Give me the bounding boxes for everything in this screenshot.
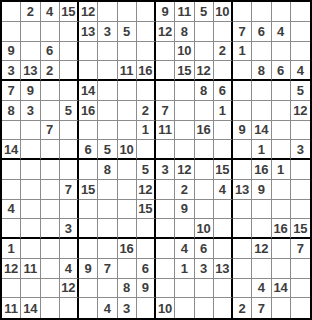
grid-cell-empty[interactable] bbox=[60, 239, 79, 259]
grid-cell-given[interactable]: 9 bbox=[137, 279, 156, 299]
grid-cell-given[interactable]: 6 bbox=[137, 259, 156, 279]
grid-cell-empty[interactable] bbox=[175, 121, 194, 141]
grid-cell-given[interactable]: 9 bbox=[233, 121, 252, 141]
grid-cell-empty[interactable] bbox=[291, 22, 310, 42]
grid-cell-empty[interactable] bbox=[118, 160, 137, 180]
grid-cell-empty[interactable] bbox=[79, 121, 98, 141]
grid-cell-empty[interactable] bbox=[214, 298, 233, 318]
grid-cell-empty[interactable] bbox=[118, 81, 137, 101]
grid-cell-given[interactable]: 4 bbox=[252, 279, 271, 299]
grid-cell-given[interactable]: 5 bbox=[195, 2, 214, 22]
grid-cell-empty[interactable] bbox=[272, 2, 291, 22]
grid-cell-given[interactable]: 15 bbox=[79, 180, 98, 200]
grid-cell-given[interactable]: 13 bbox=[21, 61, 40, 81]
grid-cell-given[interactable]: 16 bbox=[118, 239, 137, 259]
grid-cell-given[interactable]: 3 bbox=[21, 101, 40, 121]
grid-cell-empty[interactable] bbox=[41, 298, 60, 318]
grid-cell-empty[interactable] bbox=[41, 140, 60, 160]
grid-cell-given[interactable]: 9 bbox=[21, 81, 40, 101]
grid-cell-empty[interactable] bbox=[156, 219, 175, 239]
grid-cell-given[interactable]: 14 bbox=[21, 298, 40, 318]
grid-cell-given[interactable]: 15 bbox=[137, 200, 156, 220]
grid-cell-given[interactable]: 4 bbox=[2, 200, 21, 220]
grid-cell-given[interactable]: 3 bbox=[156, 160, 175, 180]
grid-cell-given[interactable]: 9 bbox=[156, 2, 175, 22]
grid-cell-empty[interactable] bbox=[79, 160, 98, 180]
grid-cell-given[interactable]: 7 bbox=[60, 180, 79, 200]
grid-cell-given[interactable]: 3 bbox=[60, 219, 79, 239]
grid-cell-given[interactable]: 1 bbox=[137, 121, 156, 141]
grid-cell-given[interactable]: 8 bbox=[98, 160, 117, 180]
grid-cell-given[interactable]: 6 bbox=[272, 61, 291, 81]
grid-cell-empty[interactable] bbox=[156, 239, 175, 259]
grid-cell-given[interactable]: 1 bbox=[214, 101, 233, 121]
grid-cell-empty[interactable] bbox=[175, 140, 194, 160]
grid-cell-empty[interactable] bbox=[79, 200, 98, 220]
grid-cell-empty[interactable] bbox=[272, 121, 291, 141]
grid-cell-given[interactable]: 16 bbox=[252, 160, 271, 180]
grid-cell-empty[interactable] bbox=[272, 42, 291, 62]
grid-cell-empty[interactable] bbox=[214, 200, 233, 220]
grid-cell-given[interactable]: 16 bbox=[137, 61, 156, 81]
grid-cell-empty[interactable] bbox=[272, 180, 291, 200]
grid-cell-empty[interactable] bbox=[175, 101, 194, 121]
grid-cell-empty[interactable] bbox=[233, 101, 252, 121]
grid-cell-empty[interactable] bbox=[233, 200, 252, 220]
grid-cell-empty[interactable] bbox=[2, 279, 21, 299]
grid-cell-given[interactable]: 5 bbox=[98, 140, 117, 160]
grid-cell-empty[interactable] bbox=[156, 279, 175, 299]
grid-cell-empty[interactable] bbox=[291, 42, 310, 62]
grid-cell-empty[interactable] bbox=[195, 180, 214, 200]
grid-cell-given[interactable]: 6 bbox=[195, 239, 214, 259]
grid-cell-given[interactable]: 10 bbox=[118, 140, 137, 160]
grid-cell-empty[interactable] bbox=[118, 259, 137, 279]
grid-cell-empty[interactable] bbox=[195, 160, 214, 180]
grid-cell-empty[interactable] bbox=[233, 81, 252, 101]
grid-cell-given[interactable]: 12 bbox=[252, 239, 271, 259]
grid-cell-given[interactable]: 1 bbox=[233, 42, 252, 62]
grid-cell-given[interactable]: 12 bbox=[156, 22, 175, 42]
grid-cell-empty[interactable] bbox=[233, 2, 252, 22]
grid-cell-given[interactable]: 1 bbox=[175, 259, 194, 279]
grid-cell-given[interactable]: 16 bbox=[195, 121, 214, 141]
grid-cell-given[interactable]: 2 bbox=[233, 298, 252, 318]
grid-cell-given[interactable]: 4 bbox=[291, 61, 310, 81]
grid-cell-empty[interactable] bbox=[60, 42, 79, 62]
grid-cell-empty[interactable] bbox=[175, 298, 194, 318]
grid-cell-empty[interactable] bbox=[156, 61, 175, 81]
grid-cell-given[interactable]: 11 bbox=[175, 2, 194, 22]
grid-cell-given[interactable]: 7 bbox=[156, 101, 175, 121]
grid-cell-given[interactable]: 5 bbox=[60, 101, 79, 121]
grid-cell-given[interactable]: 4 bbox=[175, 239, 194, 259]
grid-cell-empty[interactable] bbox=[175, 279, 194, 299]
grid-cell-given[interactable]: 2 bbox=[175, 180, 194, 200]
grid-cell-empty[interactable] bbox=[137, 42, 156, 62]
grid-cell-empty[interactable] bbox=[41, 259, 60, 279]
grid-cell-empty[interactable] bbox=[2, 2, 21, 22]
grid-cell-empty[interactable] bbox=[2, 121, 21, 141]
grid-cell-empty[interactable] bbox=[252, 81, 271, 101]
grid-cell-given[interactable]: 12 bbox=[195, 61, 214, 81]
grid-cell-empty[interactable] bbox=[79, 239, 98, 259]
grid-cell-given[interactable]: 1 bbox=[272, 160, 291, 180]
grid-cell-given[interactable]: 4 bbox=[60, 259, 79, 279]
grid-cell-empty[interactable] bbox=[137, 298, 156, 318]
grid-cell-empty[interactable] bbox=[195, 200, 214, 220]
grid-cell-empty[interactable] bbox=[156, 200, 175, 220]
grid-cell-empty[interactable] bbox=[98, 200, 117, 220]
grid-cell-empty[interactable] bbox=[41, 219, 60, 239]
grid-cell-empty[interactable] bbox=[21, 140, 40, 160]
grid-cell-given[interactable]: 10 bbox=[175, 42, 194, 62]
grid-cell-empty[interactable] bbox=[137, 2, 156, 22]
grid-cell-empty[interactable] bbox=[233, 239, 252, 259]
grid-cell-empty[interactable] bbox=[21, 42, 40, 62]
grid-cell-given[interactable]: 11 bbox=[118, 61, 137, 81]
grid-cell-given[interactable]: 3 bbox=[118, 298, 137, 318]
grid-cell-given[interactable]: 11 bbox=[21, 259, 40, 279]
grid-cell-empty[interactable] bbox=[252, 2, 271, 22]
grid-cell-empty[interactable] bbox=[195, 22, 214, 42]
grid-cell-empty[interactable] bbox=[233, 61, 252, 81]
grid-cell-empty[interactable] bbox=[98, 101, 117, 121]
grid-cell-empty[interactable] bbox=[79, 279, 98, 299]
grid-cell-given[interactable]: 4 bbox=[214, 180, 233, 200]
grid-cell-given[interactable]: 6 bbox=[252, 22, 271, 42]
grid-cell-given[interactable]: 15 bbox=[175, 61, 194, 81]
grid-cell-empty[interactable] bbox=[214, 219, 233, 239]
grid-cell-empty[interactable] bbox=[2, 180, 21, 200]
grid-cell-empty[interactable] bbox=[252, 101, 271, 121]
grid-cell-given[interactable]: 3 bbox=[291, 140, 310, 160]
grid-cell-given[interactable]: 11 bbox=[2, 298, 21, 318]
grid-cell-empty[interactable] bbox=[156, 81, 175, 101]
grid-cell-empty[interactable] bbox=[291, 160, 310, 180]
grid-cell-empty[interactable] bbox=[60, 121, 79, 141]
grid-cell-given[interactable]: 4 bbox=[41, 2, 60, 22]
grid-cell-empty[interactable] bbox=[60, 61, 79, 81]
sudoku-board: 2415129115101335128764961021313211161512… bbox=[0, 0, 312, 320]
grid-cell-given[interactable]: 5 bbox=[118, 22, 137, 42]
grid-cell-empty[interactable] bbox=[195, 101, 214, 121]
grid-cell-empty[interactable] bbox=[118, 2, 137, 22]
grid-cell-empty[interactable] bbox=[291, 180, 310, 200]
grid-cell-empty[interactable] bbox=[98, 42, 117, 62]
grid-cell-empty[interactable] bbox=[118, 219, 137, 239]
grid-cell-empty[interactable] bbox=[252, 219, 271, 239]
grid-cell-empty[interactable] bbox=[233, 259, 252, 279]
grid-cell-empty[interactable] bbox=[252, 200, 271, 220]
grid-cell-empty[interactable] bbox=[21, 219, 40, 239]
grid-cell-given[interactable]: 10 bbox=[214, 2, 233, 22]
grid-cell-empty[interactable] bbox=[252, 42, 271, 62]
grid-cell-empty[interactable] bbox=[79, 61, 98, 81]
grid-cell-empty[interactable] bbox=[233, 140, 252, 160]
grid-cell-empty[interactable] bbox=[214, 22, 233, 42]
grid-cell-empty[interactable] bbox=[214, 239, 233, 259]
grid-cell-empty[interactable] bbox=[291, 298, 310, 318]
grid-cell-empty[interactable] bbox=[156, 180, 175, 200]
grid-cell-empty[interactable] bbox=[41, 200, 60, 220]
grid-cell-given[interactable]: 14 bbox=[79, 81, 98, 101]
grid-cell-empty[interactable] bbox=[98, 279, 117, 299]
grid-cell-empty[interactable] bbox=[60, 298, 79, 318]
grid-cell-empty[interactable] bbox=[60, 22, 79, 42]
grid-cell-empty[interactable] bbox=[98, 2, 117, 22]
grid-cell-empty[interactable] bbox=[291, 259, 310, 279]
grid-cell-empty[interactable] bbox=[118, 42, 137, 62]
grid-cell-given[interactable]: 7 bbox=[233, 22, 252, 42]
grid-cell-given[interactable]: 4 bbox=[98, 298, 117, 318]
grid-cell-given[interactable]: 1 bbox=[252, 140, 271, 160]
grid-cell-given[interactable]: 15 bbox=[60, 2, 79, 22]
grid-cell-empty[interactable] bbox=[98, 81, 117, 101]
grid-cell-empty[interactable] bbox=[21, 200, 40, 220]
grid-cell-empty[interactable] bbox=[175, 81, 194, 101]
grid-cell-empty[interactable] bbox=[272, 81, 291, 101]
grid-cell-empty[interactable] bbox=[98, 180, 117, 200]
grid-cell-empty[interactable] bbox=[137, 22, 156, 42]
grid-cell-empty[interactable] bbox=[233, 160, 252, 180]
grid-cell-given[interactable]: 14 bbox=[252, 121, 271, 141]
grid-cell-empty[interactable] bbox=[41, 101, 60, 121]
grid-cell-empty[interactable] bbox=[137, 239, 156, 259]
grid-cell-given[interactable]: 7 bbox=[291, 239, 310, 259]
grid-cell-empty[interactable] bbox=[233, 279, 252, 299]
grid-cell-empty[interactable] bbox=[118, 121, 137, 141]
grid-cell-empty[interactable] bbox=[272, 101, 291, 121]
grid-cell-empty[interactable] bbox=[272, 200, 291, 220]
grid-cell-given[interactable]: 14 bbox=[272, 279, 291, 299]
grid-cell-empty[interactable] bbox=[79, 219, 98, 239]
grid-cell-given[interactable]: 6 bbox=[79, 140, 98, 160]
grid-cell-empty[interactable] bbox=[2, 219, 21, 239]
grid-cell-empty[interactable] bbox=[195, 42, 214, 62]
grid-cell-given[interactable]: 12 bbox=[2, 259, 21, 279]
grid-cell-given[interactable]: 6 bbox=[41, 42, 60, 62]
grid-cell-given[interactable]: 12 bbox=[60, 279, 79, 299]
grid-cell-empty[interactable] bbox=[2, 160, 21, 180]
grid-cell-empty[interactable] bbox=[195, 298, 214, 318]
grid-cell-empty[interactable] bbox=[156, 140, 175, 160]
grid-cell-given[interactable]: 15 bbox=[291, 219, 310, 239]
grid-cell-empty[interactable] bbox=[137, 219, 156, 239]
grid-cell-empty[interactable] bbox=[272, 298, 291, 318]
grid-cell-empty[interactable] bbox=[291, 200, 310, 220]
grid-cell-given[interactable]: 2 bbox=[21, 2, 40, 22]
grid-cell-empty[interactable] bbox=[233, 219, 252, 239]
grid-cell-empty[interactable] bbox=[41, 81, 60, 101]
grid-cell-empty[interactable] bbox=[21, 279, 40, 299]
grid-cell-empty[interactable] bbox=[156, 42, 175, 62]
grid-cell-empty[interactable] bbox=[60, 200, 79, 220]
grid-cell-given[interactable]: 2 bbox=[214, 42, 233, 62]
grid-cell-empty[interactable] bbox=[98, 239, 117, 259]
grid-cell-empty[interactable] bbox=[41, 22, 60, 42]
grid-cell-empty[interactable] bbox=[214, 61, 233, 81]
grid-cell-given[interactable]: 6 bbox=[214, 81, 233, 101]
grid-cell-given[interactable]: 3 bbox=[98, 22, 117, 42]
grid-cell-given[interactable]: 8 bbox=[2, 101, 21, 121]
grid-cell-empty[interactable] bbox=[272, 239, 291, 259]
grid-cell-empty[interactable] bbox=[214, 279, 233, 299]
grid-cell-empty[interactable] bbox=[291, 279, 310, 299]
grid-cell-given[interactable]: 3 bbox=[2, 61, 21, 81]
grid-cell-given[interactable]: 7 bbox=[98, 259, 117, 279]
grid-cell-empty[interactable] bbox=[60, 140, 79, 160]
grid-cell-given[interactable]: 13 bbox=[214, 259, 233, 279]
grid-cell-empty[interactable] bbox=[41, 160, 60, 180]
grid-cell-empty[interactable] bbox=[41, 279, 60, 299]
grid-cell-given[interactable]: 4 bbox=[272, 22, 291, 42]
grid-cell-given[interactable]: 12 bbox=[175, 160, 194, 180]
grid-cell-given[interactable]: 10 bbox=[156, 298, 175, 318]
grid-cell-empty[interactable] bbox=[291, 2, 310, 22]
grid-cell-empty[interactable] bbox=[98, 61, 117, 81]
grid-cell-given[interactable]: 12 bbox=[291, 101, 310, 121]
grid-cell-given[interactable]: 1 bbox=[2, 239, 21, 259]
grid-cell-empty[interactable] bbox=[2, 22, 21, 42]
grid-cell-empty[interactable] bbox=[21, 180, 40, 200]
grid-cell-empty[interactable] bbox=[214, 121, 233, 141]
grid-cell-given[interactable]: 11 bbox=[156, 121, 175, 141]
grid-cell-empty[interactable] bbox=[252, 259, 271, 279]
grid-cell-given[interactable]: 12 bbox=[137, 180, 156, 200]
grid-cell-given[interactable]: 16 bbox=[79, 101, 98, 121]
grid-cell-empty[interactable] bbox=[79, 298, 98, 318]
grid-cell-given[interactable]: 15 bbox=[214, 160, 233, 180]
grid-cell-empty[interactable] bbox=[98, 121, 117, 141]
grid-cell-empty[interactable] bbox=[60, 160, 79, 180]
grid-cell-empty[interactable] bbox=[118, 180, 137, 200]
grid-cell-given[interactable]: 9 bbox=[252, 180, 271, 200]
grid-cell-empty[interactable] bbox=[156, 259, 175, 279]
grid-cell-given[interactable]: 14 bbox=[2, 140, 21, 160]
grid-cell-empty[interactable] bbox=[118, 200, 137, 220]
grid-cell-given[interactable]: 13 bbox=[233, 180, 252, 200]
grid-cell-empty[interactable] bbox=[98, 219, 117, 239]
grid-cell-empty[interactable] bbox=[137, 140, 156, 160]
grid-cell-empty[interactable] bbox=[272, 140, 291, 160]
grid-cell-empty[interactable] bbox=[21, 239, 40, 259]
grid-cell-empty[interactable] bbox=[195, 279, 214, 299]
grid-cell-empty[interactable] bbox=[21, 121, 40, 141]
grid-cell-empty[interactable] bbox=[272, 259, 291, 279]
grid-cell-given[interactable]: 2 bbox=[41, 61, 60, 81]
grid-cell-empty[interactable] bbox=[41, 239, 60, 259]
grid-cell-empty[interactable] bbox=[60, 81, 79, 101]
grid-cell-empty[interactable] bbox=[21, 160, 40, 180]
grid-cell-given[interactable]: 5 bbox=[291, 81, 310, 101]
grid-cell-given[interactable]: 8 bbox=[195, 81, 214, 101]
grid-cell-given[interactable]: 9 bbox=[2, 42, 21, 62]
grid-cell-empty[interactable] bbox=[41, 180, 60, 200]
grid-cell-given[interactable]: 7 bbox=[252, 298, 271, 318]
grid-cell-given[interactable]: 13 bbox=[79, 22, 98, 42]
grid-cell-given[interactable]: 9 bbox=[175, 200, 194, 220]
grid-cell-given[interactable]: 9 bbox=[79, 259, 98, 279]
grid-cell-empty[interactable] bbox=[175, 219, 194, 239]
grid-cell-empty[interactable] bbox=[291, 121, 310, 141]
grid-cell-given[interactable]: 7 bbox=[41, 121, 60, 141]
grid-cell-empty[interactable] bbox=[118, 101, 137, 121]
grid-cell-given[interactable]: 8 bbox=[118, 279, 137, 299]
grid-cell-given[interactable]: 3 bbox=[195, 259, 214, 279]
grid-cell-given[interactable]: 10 bbox=[195, 219, 214, 239]
grid-cell-given[interactable]: 8 bbox=[175, 22, 194, 42]
grid-cell-given[interactable]: 12 bbox=[79, 2, 98, 22]
grid-cell-empty[interactable] bbox=[21, 22, 40, 42]
grid-cell-given[interactable]: 16 bbox=[272, 219, 291, 239]
grid-cell-given[interactable]: 7 bbox=[2, 81, 21, 101]
grid-cell-empty[interactable] bbox=[137, 81, 156, 101]
grid-cell-given[interactable]: 2 bbox=[137, 101, 156, 121]
grid-cell-given[interactable]: 5 bbox=[137, 160, 156, 180]
grid-cell-empty[interactable] bbox=[195, 140, 214, 160]
grid-cell-empty[interactable] bbox=[214, 140, 233, 160]
grid-cell-empty[interactable] bbox=[79, 42, 98, 62]
grid-cell-given[interactable]: 8 bbox=[252, 61, 271, 81]
